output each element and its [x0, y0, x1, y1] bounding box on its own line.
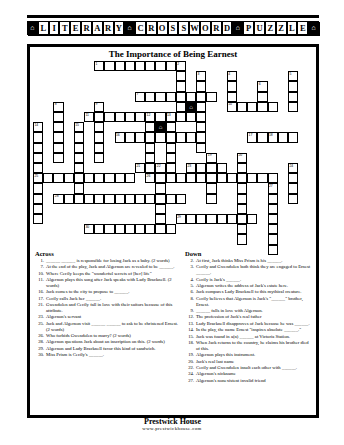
grid-cell[interactable]: 14 [33, 122, 43, 132]
grid-cell[interactable] [257, 102, 267, 112]
clue-text: Algernon's servant [46, 314, 181, 320]
grid-cell[interactable] [237, 234, 247, 244]
clue-number: 20. [185, 359, 196, 365]
grid-cell[interactable] [227, 214, 237, 224]
clue-text: Jack was found in a(n) ______ at Victori… [196, 334, 311, 340]
grid-cell[interactable] [115, 194, 125, 204]
cell-number: 9 [96, 102, 98, 106]
grid-cell[interactable] [206, 92, 216, 102]
cell-number: 11 [85, 113, 89, 117]
clue-text: ______ ______ is responsible for losing … [46, 258, 181, 264]
grid-cell[interactable] [166, 224, 176, 234]
literary-crossword-puzzle-banner: ⌂LITERARY⌂CROSSWORD⌂PUZZLE⌂ [27, 21, 319, 35]
banner-letter-tile: S [178, 21, 189, 35]
grid-cell[interactable] [206, 214, 216, 224]
grid-cell[interactable] [115, 112, 125, 122]
clue-number: 27. [185, 378, 196, 384]
grid-cell[interactable] [155, 92, 165, 102]
grid-cell[interactable] [94, 122, 104, 132]
clue-text: Algernon writes the address of Jack's es… [196, 283, 311, 289]
grid-cell[interactable]: 1 [94, 61, 104, 71]
banner-letter-tile: Z [265, 21, 276, 35]
cell-number: 14 [34, 123, 38, 127]
cell-number: 10 [228, 102, 232, 106]
grid-cell[interactable] [104, 194, 114, 204]
banner-letter-tile: I [49, 21, 60, 35]
grid-cell[interactable] [145, 224, 155, 234]
grid-cell[interactable] [268, 204, 278, 214]
cell-number: 23 [187, 164, 191, 168]
grid-cell[interactable] [145, 143, 155, 153]
grid-cell[interactable] [125, 132, 135, 142]
clue-item: 12.The profession of Jack's real father [185, 314, 311, 320]
banner-top-rule [27, 15, 319, 18]
grid-cell[interactable] [268, 234, 278, 244]
banner-letter-tile: P [243, 21, 254, 35]
grid-cell[interactable]: 5 [288, 71, 298, 81]
grid-cell[interactable] [217, 214, 227, 224]
grid-cell[interactable] [135, 224, 145, 234]
grid-cell[interactable] [94, 132, 104, 142]
clue-number: 13. [185, 321, 196, 327]
grid-cell[interactable] [268, 214, 278, 224]
publisher-logo-tile: ⌂ [232, 21, 243, 35]
grid-cell[interactable] [206, 194, 216, 204]
clue-item: 26.Who forbids Gwendolen to marry? (2 wo… [35, 333, 181, 339]
grid-cell[interactable] [288, 173, 298, 183]
grid-cell[interactable]: 15 [74, 122, 84, 132]
grid-cell[interactable] [196, 112, 206, 122]
grid-cell[interactable] [74, 183, 84, 193]
grid-cell[interactable] [145, 194, 155, 204]
grid-cell[interactable] [237, 224, 247, 234]
grid-cell[interactable] [288, 194, 298, 204]
grid-cell[interactable] [268, 224, 278, 234]
grid-cell[interactable]: 2 [176, 61, 186, 71]
grid-cell[interactable] [74, 173, 84, 183]
banner-letter-tile: O [200, 21, 211, 35]
grid-cell[interactable] [176, 71, 186, 81]
grid-cell[interactable] [237, 214, 247, 224]
grid-cell[interactable]: 9 [94, 102, 104, 112]
puzzle-frame: The Importance of Being Earnest 12345678… [27, 44, 319, 418]
grid-cell[interactable] [155, 204, 165, 214]
grid-cell[interactable] [166, 61, 176, 71]
grid-cell[interactable] [278, 132, 288, 142]
clue-number: 24. [185, 371, 196, 377]
grid-cell[interactable] [166, 92, 176, 102]
grid-cell[interactable] [176, 112, 186, 122]
clue-number: 17. [35, 296, 46, 302]
grid-cell[interactable]: 6 [257, 81, 267, 91]
grid-cell[interactable]: 21 [135, 163, 145, 173]
grid-cell[interactable] [206, 173, 216, 183]
grid-cell[interactable] [33, 194, 43, 204]
grid-cell[interactable] [33, 153, 43, 163]
grid-cell[interactable] [125, 173, 135, 183]
grid-cell[interactable] [33, 132, 43, 142]
grid-cell[interactable] [196, 122, 206, 132]
banner-letter-tile: R [103, 21, 114, 35]
grid-cell[interactable] [268, 173, 278, 183]
cell-number: 20 [238, 153, 242, 157]
grid-cell[interactable] [43, 173, 53, 183]
grid-cell[interactable] [53, 112, 63, 122]
clue-text: Cecily and Gwendolen both think they are… [196, 264, 311, 276]
grid-cell[interactable] [166, 173, 176, 183]
clue-text: At first, Jack thinks Miss Prism is his … [196, 258, 311, 264]
grid-cell[interactable]: 26 [145, 173, 155, 183]
grid-cell[interactable]: 25 [33, 173, 43, 183]
clue-number: 8. [185, 296, 196, 308]
grid-cell[interactable] [166, 132, 176, 142]
cell-number: 7 [136, 92, 138, 96]
grid-cell[interactable] [176, 81, 186, 91]
clue-item: 22.Cecily and Gwendolen insult each othe… [185, 365, 311, 371]
banner-letter-tile: E [297, 21, 308, 35]
grid-cell[interactable] [237, 163, 247, 173]
down-clues: Down 2.At first, Jack thinks Miss Prism … [185, 250, 311, 384]
clue-number: 29. [35, 346, 46, 352]
clue-item: 19.Algernon plays this instrument. [185, 352, 311, 358]
grid-cell[interactable]: 12 [145, 112, 155, 122]
grid-cell[interactable] [94, 194, 104, 204]
grid-cell[interactable] [155, 61, 165, 71]
grid-cell[interactable] [104, 61, 114, 71]
cell-number: 6 [259, 82, 261, 86]
cell-number: 13 [167, 113, 171, 117]
grid-cell[interactable] [94, 153, 104, 163]
grid-cell[interactable] [74, 143, 84, 153]
cell-number: 1 [96, 62, 98, 66]
clue-text: Lady Bracknell disapproves of Jack becau… [196, 321, 311, 327]
grid-cell[interactable] [176, 102, 186, 112]
clue-text: Miss Prism is Cecily's ______. [46, 352, 181, 358]
cell-number: 3 [198, 72, 200, 76]
grid-cell[interactable] [247, 214, 257, 224]
cell-number: 15 [75, 123, 79, 127]
grid-cell[interactable] [33, 183, 43, 193]
clue-item: 16.Jack comes to the city to propose to … [35, 289, 181, 295]
grid-cell[interactable] [155, 183, 165, 193]
banner-letter-tile: T [59, 21, 70, 35]
clue-text: ______ falls in love with Algernon. [196, 308, 311, 314]
clue-number: 26. [35, 333, 46, 339]
grid-cell[interactable]: 7 [135, 92, 145, 102]
banner-letter-tile: W [189, 21, 200, 35]
grid-cell[interactable] [155, 214, 165, 224]
clue-text: Jack compares Lady Bracknell to this myt… [196, 289, 311, 295]
grid-cell[interactable]: 29 [176, 214, 186, 224]
grid-cell[interactable]: 16 [115, 132, 125, 142]
grid-cell[interactable] [176, 194, 186, 204]
grid-cell[interactable] [125, 112, 135, 122]
clue-item: 27.Algernon's nonexistent invalid friend [185, 378, 311, 384]
grid-cell[interactable] [166, 153, 176, 163]
grid-cell[interactable] [53, 132, 63, 142]
banner-letter-tile: R [146, 21, 157, 35]
banner-letter-tile: Z [276, 21, 287, 35]
clue-item: 20.Jack's real last name [185, 359, 311, 365]
clue-number: 30. [35, 352, 46, 358]
grid-cell[interactable] [166, 194, 176, 204]
grid-cell[interactable] [166, 163, 176, 173]
grid-cell[interactable]: 18 [268, 132, 278, 142]
grid-cell[interactable] [196, 143, 206, 153]
clue-text: Cecily calls Jack her ______. [46, 296, 181, 302]
clue-number: 11. [35, 277, 46, 289]
banner-letter-tile: U [254, 21, 265, 35]
clue-item: 23.Algernon's servant [35, 314, 181, 320]
across-clue-list: 1.______ ______ is responsible for losin… [35, 258, 181, 358]
banner-letter-tile: L [287, 21, 298, 35]
grid-cell[interactable] [135, 194, 145, 204]
grid-cell[interactable] [53, 122, 63, 132]
grid-cell[interactable] [288, 81, 298, 91]
grid-cell[interactable] [196, 81, 206, 91]
clue-number: 6. [185, 289, 196, 295]
cell-number: 24 [289, 164, 293, 168]
grid-cell[interactable] [247, 173, 257, 183]
grid-cell[interactable] [217, 173, 227, 183]
grid-cell[interactable] [155, 112, 165, 122]
grid-cell[interactable] [288, 132, 298, 142]
cell-number: 29 [177, 215, 181, 219]
grid-cell[interactable] [145, 132, 155, 142]
grid-cell[interactable]: 22 [155, 163, 165, 173]
clue-item: 13.Lady Bracknell disapproves of Jack be… [185, 321, 311, 327]
grid-cell[interactable] [237, 173, 247, 183]
grid-cell[interactable] [53, 143, 63, 153]
grid-cell[interactable] [186, 132, 196, 142]
clue-text: Cecily believes that Algernon is Jack's … [196, 296, 311, 308]
clue-item: 8.Cecily believes that Algernon is Jack'… [185, 296, 311, 308]
clue-item: 11.Algernon plays this song after Jack s… [35, 277, 181, 289]
grid-cell[interactable] [135, 112, 145, 122]
grid-cell[interactable] [125, 61, 135, 71]
grid-cell[interactable] [74, 132, 84, 142]
grid-cell[interactable] [257, 173, 267, 183]
grid-cell[interactable] [288, 183, 298, 193]
grid-cell[interactable] [237, 183, 247, 193]
publisher-footer: Prestwick House www.prestwickhouse.com [0, 417, 344, 431]
clue-number: 19. [185, 352, 196, 358]
grid-cell[interactable] [53, 153, 63, 163]
grid-cell[interactable] [74, 153, 84, 163]
grid-cell[interactable]: 8 [53, 102, 63, 112]
grid-cell[interactable] [237, 194, 247, 204]
grid-cell[interactable]: 24 [288, 163, 298, 173]
clue-number: 14. [185, 327, 196, 333]
across-clues: Across 1.______ ______ is responsible fo… [35, 250, 181, 384]
cell-number: 12 [147, 113, 151, 117]
across-heading: Across [35, 250, 181, 257]
grid-cell[interactable] [186, 214, 196, 224]
grid-cell[interactable] [268, 194, 278, 204]
clue-number: 9. [185, 308, 196, 314]
grid-cell[interactable] [115, 224, 125, 234]
grid-cell[interactable] [196, 163, 206, 173]
grid-cell[interactable] [257, 132, 267, 142]
grid-cell[interactable] [84, 173, 94, 183]
grid-cell[interactable] [135, 132, 145, 142]
grid-cell[interactable]: 28 [53, 194, 63, 204]
grid-cell[interactable] [115, 173, 125, 183]
grid-cell[interactable] [64, 194, 74, 204]
grid-cell[interactable]: 27 [268, 183, 278, 193]
logo-cell: ⌂ [186, 102, 196, 112]
cell-number: 27 [269, 184, 273, 188]
grid-cell[interactable] [196, 132, 206, 142]
grid-cell[interactable] [74, 194, 84, 204]
grid-cell[interactable] [145, 122, 155, 132]
grid-cell[interactable] [196, 102, 206, 112]
banner-letter-tile: E [70, 21, 81, 35]
grid-cell[interactable] [166, 143, 176, 153]
clue-text: Gwendolen and Cecily fall in love with t… [46, 302, 181, 314]
grid-cell[interactable] [94, 143, 104, 153]
cell-number: 8 [55, 102, 57, 106]
grid-cell[interactable] [64, 173, 74, 183]
clue-item: 17.Cecily calls Jack her ______. [35, 296, 181, 302]
grid-cell[interactable] [155, 173, 165, 183]
clue-item: 3.Cecily and Gwendolen both think they a… [185, 264, 311, 276]
grid-cell[interactable] [115, 61, 125, 71]
clue-item: 18.When Jack returns to the country, he … [185, 340, 311, 352]
clue-text: Where Cecily keeps the "wonderful secret… [46, 271, 181, 277]
grid-cell[interactable] [104, 112, 114, 122]
clue-text: Jack comes to the city to propose to ___… [46, 289, 181, 295]
logo-cell: ⌂ [155, 122, 165, 132]
grid-cell[interactable] [186, 112, 196, 122]
cell-number: 2 [177, 62, 179, 66]
grid-cell[interactable] [53, 173, 63, 183]
cell-number: 19 [208, 153, 212, 157]
grid-cell[interactable] [145, 92, 155, 102]
grid-cell[interactable] [33, 163, 43, 173]
grid-cell[interactable]: 4 [227, 71, 237, 81]
grid-cell[interactable] [288, 102, 298, 112]
cell-number: 28 [55, 194, 59, 198]
grid-cell[interactable] [94, 173, 104, 183]
grid-cell[interactable] [186, 173, 196, 183]
grid-cell[interactable] [268, 102, 278, 112]
clue-item: 10.Where Cecily keeps the "wonderful sec… [35, 271, 181, 277]
clue-number: 18. [185, 340, 196, 352]
grid-cell[interactable] [196, 214, 206, 224]
grid-cell[interactable] [145, 61, 155, 71]
clue-text: Algernon and Lady Bracknell favor this k… [46, 346, 181, 352]
grid-cell[interactable] [33, 204, 43, 214]
clue-item: 28.Algernon questions Jack about an insc… [35, 339, 181, 345]
grid-cell[interactable] [155, 194, 165, 204]
grid-cell[interactable]: 11 [84, 112, 94, 122]
banner-letter-tile: O [157, 21, 168, 35]
clue-number: 5. [185, 283, 196, 289]
publisher-logo-tile: ⌂ [27, 21, 38, 35]
clue-number: 2. [185, 258, 196, 264]
clue-item: 6.Jack compares Lady Bracknell to this m… [185, 289, 311, 295]
clue-item: 4.Cecily is Jack's ______. [185, 277, 311, 283]
grid-cell[interactable] [206, 163, 216, 173]
grid-cell[interactable] [257, 92, 267, 102]
clue-number: 23. [35, 314, 46, 320]
grid-cell[interactable] [227, 173, 237, 183]
grid-cell[interactable] [206, 183, 216, 193]
clue-text: Algernon questions Jack about an inscrip… [46, 339, 181, 345]
clue-number: 4. [185, 277, 196, 283]
grid-cell[interactable] [176, 132, 186, 142]
clue-number: 16. [35, 289, 46, 295]
grid-cell[interactable] [104, 173, 114, 183]
grid-cell[interactable] [186, 92, 196, 102]
grid-cell[interactable]: 10 [227, 102, 237, 112]
grid-cell[interactable] [288, 92, 298, 102]
grid-cell[interactable]: 13 [166, 112, 176, 122]
publisher-name: Prestwick House [0, 417, 344, 426]
grid-cell[interactable] [104, 224, 114, 234]
grid-cell[interactable] [176, 173, 186, 183]
clue-item: 1.______ ______ is responsible for losin… [35, 258, 181, 264]
clue-text: Cecily is Jack's ______. [196, 277, 311, 283]
clue-item: 15.Jack was found in a(n) ______ at Vict… [185, 334, 311, 340]
clue-number: 7. [35, 264, 46, 270]
clue-item: 9.______ falls in love with Algernon. [185, 308, 311, 314]
clue-item: 14.In the play, the name Ernest "inspire… [185, 327, 311, 333]
grid-cell[interactable] [33, 214, 43, 224]
clue-number: 28. [35, 339, 46, 345]
clue-item: 5.Algernon writes the address of Jack's … [185, 283, 311, 289]
grid-cell[interactable] [155, 132, 165, 142]
grid-cell[interactable]: 19 [206, 153, 216, 163]
grid-cell[interactable]: 3 [196, 71, 206, 81]
grid-cell[interactable] [94, 224, 104, 234]
grid-cell[interactable] [247, 102, 257, 112]
grid-cell[interactable] [33, 143, 43, 153]
grid-cell[interactable] [94, 112, 104, 122]
grid-cell[interactable] [166, 122, 176, 132]
grid-cell[interactable] [145, 153, 155, 163]
banner-letter-tile: R [211, 21, 222, 35]
grid-cell[interactable] [196, 92, 206, 102]
grid-cell[interactable] [145, 163, 155, 173]
grid-cell[interactable]: 20 [237, 153, 247, 163]
grid-cell[interactable]: 23 [186, 163, 196, 173]
grid-cell[interactable] [74, 163, 84, 173]
grid-cell[interactable] [125, 194, 135, 204]
down-clue-list: 2.At first, Jack thinks Miss Prism is hi… [185, 258, 311, 384]
grid-cell[interactable] [227, 92, 237, 102]
grid-cell[interactable] [237, 102, 247, 112]
grid-cell[interactable] [237, 204, 247, 214]
grid-cell[interactable]: 17 [247, 132, 257, 142]
clue-text: The profession of Jack's real father [196, 314, 311, 320]
grid-cell[interactable] [227, 81, 237, 91]
clue-number: 10. [35, 271, 46, 277]
grid-cell[interactable] [196, 173, 206, 183]
grid-cell[interactable]: 30 [84, 224, 94, 234]
clue-item: 21.Gwendolen and Cecily fall in love wit… [35, 302, 181, 314]
publisher-logo-tile: ⌂ [124, 21, 135, 35]
grid-cell[interactable] [217, 163, 227, 173]
clue-number: 21. [35, 302, 46, 314]
down-heading: Down [185, 250, 311, 257]
grid-cell[interactable] [155, 224, 165, 234]
grid-cell[interactable] [135, 61, 145, 71]
grid-cell[interactable] [84, 194, 94, 204]
grid-cell[interactable] [125, 224, 135, 234]
grid-cell[interactable] [176, 92, 186, 102]
